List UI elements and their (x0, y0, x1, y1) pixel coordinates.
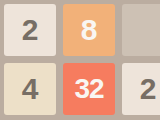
tile-grid: 284322 (4, 4, 160, 115)
tile-2: 2 (4, 4, 56, 56)
tile-2: 2 (122, 63, 160, 115)
tile-4: 4 (4, 63, 56, 115)
empty-cell (122, 4, 160, 56)
2048-board[interactable]: 284322 (0, 0, 160, 120)
tile-8: 8 (63, 4, 115, 56)
tile-32: 32 (63, 63, 115, 115)
